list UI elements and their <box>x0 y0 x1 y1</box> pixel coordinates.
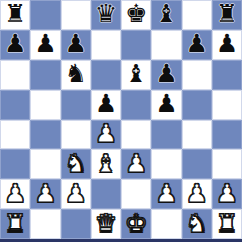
square-f2[interactable]: ♟ <box>151 179 181 209</box>
black-king: ♚ <box>125 1 147 26</box>
square-f3[interactable] <box>151 149 181 179</box>
black-pawn: ♟ <box>216 31 238 56</box>
square-c3[interactable]: ♞ <box>61 149 91 179</box>
square-c8[interactable] <box>61 0 91 30</box>
white-rook: ♜ <box>216 211 238 236</box>
square-h2[interactable]: ♟ <box>212 179 242 209</box>
square-a8[interactable]: ♜ <box>0 0 30 30</box>
white-pawn: ♟ <box>34 181 56 206</box>
square-e5[interactable] <box>121 90 151 120</box>
square-a1[interactable]: ♜ <box>0 209 30 239</box>
white-pawn: ♟ <box>216 181 238 206</box>
square-h8[interactable]: ♜ <box>212 0 242 30</box>
square-e1[interactable]: ♚ <box>121 209 151 239</box>
square-b6[interactable] <box>30 60 60 90</box>
square-c5[interactable] <box>61 90 91 120</box>
chess-board: ♜♛♚♝♜♟♟♟♟♟♞♝♟♟♟♟♞♝♟♟♟♟♟♟♟♜♛♚♞♜ <box>0 0 242 239</box>
square-h6[interactable] <box>212 60 242 90</box>
black-bishop: ♝ <box>155 1 177 26</box>
white-knight: ♞ <box>185 211 207 236</box>
white-rook: ♜ <box>4 211 26 236</box>
square-b5[interactable] <box>30 90 60 120</box>
white-pawn: ♟ <box>4 181 26 206</box>
square-f8[interactable]: ♝ <box>151 0 181 30</box>
square-e6[interactable]: ♝ <box>121 60 151 90</box>
square-a5[interactable] <box>0 90 30 120</box>
square-g6[interactable] <box>182 60 212 90</box>
black-pawn: ♟ <box>155 61 177 86</box>
square-a3[interactable] <box>0 149 30 179</box>
square-b7[interactable]: ♟ <box>30 30 60 60</box>
square-h4[interactable] <box>212 120 242 150</box>
black-rook: ♜ <box>4 1 26 26</box>
square-d2[interactable] <box>91 179 121 209</box>
square-b4[interactable] <box>30 120 60 150</box>
square-g2[interactable]: ♟ <box>182 179 212 209</box>
square-d1[interactable]: ♛ <box>91 209 121 239</box>
black-queen: ♛ <box>95 1 117 26</box>
square-f1[interactable] <box>151 209 181 239</box>
square-a2[interactable]: ♟ <box>0 179 30 209</box>
white-king: ♚ <box>125 211 147 236</box>
square-c4[interactable] <box>61 120 91 150</box>
black-pawn: ♟ <box>64 31 86 56</box>
square-d5[interactable]: ♟ <box>91 90 121 120</box>
white-queen: ♛ <box>95 211 117 236</box>
square-b8[interactable] <box>30 0 60 30</box>
white-knight: ♞ <box>64 151 86 176</box>
white-pawn: ♟ <box>125 151 147 176</box>
square-d3[interactable]: ♝ <box>91 149 121 179</box>
square-g7[interactable]: ♟ <box>182 30 212 60</box>
square-f7[interactable] <box>151 30 181 60</box>
square-c6[interactable]: ♞ <box>61 60 91 90</box>
black-bishop: ♝ <box>125 61 147 86</box>
square-g1[interactable]: ♞ <box>182 209 212 239</box>
square-a4[interactable] <box>0 120 30 150</box>
white-pawn: ♟ <box>185 181 207 206</box>
square-b1[interactable] <box>30 209 60 239</box>
black-rook: ♜ <box>216 1 238 26</box>
square-b3[interactable] <box>30 149 60 179</box>
square-g8[interactable] <box>182 0 212 30</box>
white-pawn: ♟ <box>64 181 86 206</box>
square-c7[interactable]: ♟ <box>61 30 91 60</box>
square-f6[interactable]: ♟ <box>151 60 181 90</box>
square-f5[interactable]: ♟ <box>151 90 181 120</box>
square-e2[interactable] <box>121 179 151 209</box>
square-f4[interactable] <box>151 120 181 150</box>
square-h5[interactable] <box>212 90 242 120</box>
chess-board-container: ♜♛♚♝♜♟♟♟♟♟♞♝♟♟♟♟♞♝♟♟♟♟♟♟♟♜♛♚♞♜ <box>0 0 242 242</box>
black-pawn: ♟ <box>155 91 177 116</box>
square-e4[interactable] <box>121 120 151 150</box>
square-a7[interactable]: ♟ <box>0 30 30 60</box>
square-e7[interactable] <box>121 30 151 60</box>
white-bishop: ♝ <box>95 151 117 176</box>
square-g4[interactable] <box>182 120 212 150</box>
square-h7[interactable]: ♟ <box>212 30 242 60</box>
black-pawn: ♟ <box>185 31 207 56</box>
square-c1[interactable] <box>61 209 91 239</box>
square-b2[interactable]: ♟ <box>30 179 60 209</box>
square-d8[interactable]: ♛ <box>91 0 121 30</box>
black-pawn: ♟ <box>95 91 117 116</box>
white-pawn: ♟ <box>155 181 177 206</box>
square-e8[interactable]: ♚ <box>121 0 151 30</box>
black-pawn: ♟ <box>34 31 56 56</box>
square-h1[interactable]: ♜ <box>212 209 242 239</box>
black-pawn: ♟ <box>4 31 26 56</box>
square-h3[interactable] <box>212 149 242 179</box>
square-d4[interactable]: ♟ <box>91 120 121 150</box>
square-d7[interactable] <box>91 30 121 60</box>
square-d6[interactable] <box>91 60 121 90</box>
square-g3[interactable] <box>182 149 212 179</box>
square-a6[interactable] <box>0 60 30 90</box>
square-g5[interactable] <box>182 90 212 120</box>
black-knight: ♞ <box>64 61 86 86</box>
square-e3[interactable]: ♟ <box>121 149 151 179</box>
white-pawn: ♟ <box>95 121 117 146</box>
square-c2[interactable]: ♟ <box>61 179 91 209</box>
